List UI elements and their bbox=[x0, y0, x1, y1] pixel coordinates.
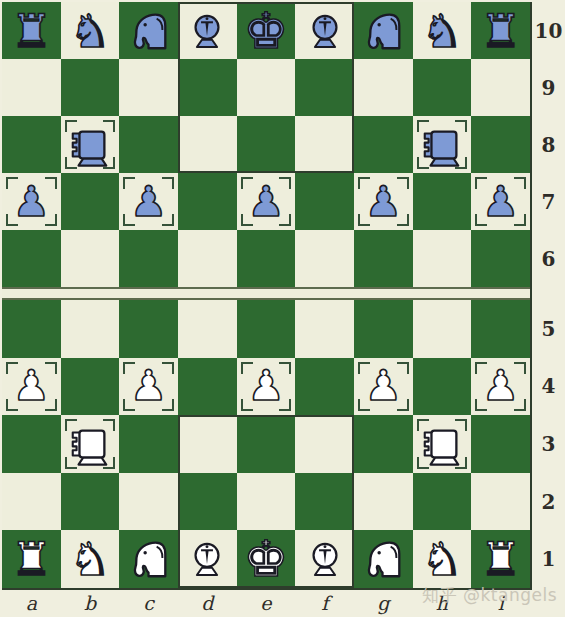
piece-blue-advisor[interactable] bbox=[303, 9, 347, 53]
square-d7[interactable] bbox=[178, 173, 237, 230]
file-label-g: g bbox=[354, 590, 413, 616]
square-i3[interactable] bbox=[471, 415, 530, 473]
piece-white-soldier[interactable]: ♟ bbox=[365, 365, 403, 407]
square-h7[interactable] bbox=[413, 173, 472, 230]
square-g10[interactable] bbox=[354, 2, 413, 59]
piece-blue-soldier[interactable]: ♟ bbox=[130, 181, 168, 223]
square-d2[interactable] bbox=[178, 473, 237, 531]
square-g2[interactable] bbox=[354, 473, 413, 531]
white-p-glyph: ♟ bbox=[130, 365, 168, 407]
piece-blue-cannon[interactable] bbox=[67, 122, 113, 168]
square-c3[interactable] bbox=[119, 415, 178, 473]
piece-blue-cannon[interactable] bbox=[419, 122, 465, 168]
square-g3[interactable] bbox=[354, 415, 413, 473]
square-e2[interactable] bbox=[237, 473, 296, 531]
square-f10[interactable] bbox=[295, 2, 354, 59]
rank-label-1: 1 bbox=[534, 530, 563, 588]
piece-blue-horse[interactable]: ♞ bbox=[69, 8, 110, 54]
piece-white-soldier[interactable]: ♟ bbox=[13, 365, 51, 407]
piece-white-advisor[interactable] bbox=[185, 537, 229, 581]
rank-label-river-spacer bbox=[534, 287, 563, 300]
square-e4[interactable]: ♟ bbox=[237, 358, 296, 416]
square-c4[interactable]: ♟ bbox=[119, 358, 178, 416]
square-i2[interactable] bbox=[471, 473, 530, 531]
square-e3[interactable] bbox=[237, 415, 296, 473]
square-e6[interactable] bbox=[237, 230, 296, 287]
square-e8[interactable] bbox=[237, 116, 296, 173]
watermark: 知乎 @ktangels bbox=[422, 584, 557, 607]
rank-label-9: 9 bbox=[534, 59, 563, 116]
square-d1[interactable] bbox=[178, 530, 237, 588]
square-b8[interactable] bbox=[61, 116, 120, 173]
square-a9[interactable] bbox=[2, 59, 61, 116]
square-h6[interactable] bbox=[413, 230, 472, 287]
square-f2[interactable] bbox=[295, 473, 354, 531]
blue-k-glyph: ♚ bbox=[244, 6, 289, 56]
square-h5[interactable] bbox=[413, 300, 472, 358]
piece-white-general[interactable]: ♚ bbox=[244, 534, 289, 584]
square-a1[interactable]: ♜ bbox=[2, 530, 61, 588]
white-k-glyph: ♚ bbox=[244, 534, 289, 584]
blue-n-glyph: ♞ bbox=[69, 8, 110, 54]
square-a3[interactable] bbox=[2, 415, 61, 473]
square-f6[interactable] bbox=[295, 230, 354, 287]
square-d5[interactable] bbox=[178, 300, 237, 358]
square-f4[interactable] bbox=[295, 358, 354, 416]
square-b2[interactable] bbox=[61, 473, 120, 531]
piece-blue-elephant[interactable] bbox=[360, 8, 406, 54]
white-n-glyph: ♞ bbox=[69, 536, 110, 582]
piece-white-horse[interactable]: ♞ bbox=[69, 536, 110, 582]
piece-blue-general[interactable]: ♚ bbox=[244, 6, 289, 56]
blue-p-glyph: ♟ bbox=[482, 181, 520, 223]
blue-n-glyph: ♞ bbox=[421, 8, 462, 54]
square-g4[interactable]: ♟ bbox=[354, 358, 413, 416]
white-p-glyph: ♟ bbox=[247, 365, 285, 407]
square-g5[interactable] bbox=[354, 300, 413, 358]
square-f7[interactable] bbox=[295, 173, 354, 230]
square-b3[interactable] bbox=[61, 415, 120, 473]
square-i1[interactable]: ♜ bbox=[471, 530, 530, 588]
square-i4[interactable]: ♟ bbox=[471, 358, 530, 416]
square-d6[interactable] bbox=[178, 230, 237, 287]
square-d8[interactable] bbox=[178, 116, 237, 173]
rank-label-6: 6 bbox=[534, 230, 563, 287]
rank-label-10: 10 bbox=[534, 2, 563, 59]
square-h1[interactable]: ♞ bbox=[413, 530, 472, 588]
square-i5[interactable] bbox=[471, 300, 530, 358]
board: ♜♞♚♞♜♟♟♟♟♟♟♟♟♟♟♜♞♚♞♜ bbox=[2, 2, 532, 590]
square-a4[interactable]: ♟ bbox=[2, 358, 61, 416]
square-d10[interactable] bbox=[178, 2, 237, 59]
square-a8[interactable] bbox=[2, 116, 61, 173]
square-b6[interactable] bbox=[61, 230, 120, 287]
piece-blue-advisor[interactable] bbox=[185, 9, 229, 53]
square-f8[interactable] bbox=[295, 116, 354, 173]
square-d3[interactable] bbox=[178, 415, 237, 473]
square-c6[interactable] bbox=[119, 230, 178, 287]
square-b1[interactable]: ♞ bbox=[61, 530, 120, 588]
square-h4[interactable] bbox=[413, 358, 472, 416]
square-e1[interactable]: ♚ bbox=[237, 530, 296, 588]
square-i9[interactable] bbox=[471, 59, 530, 116]
piece-blue-soldier[interactable]: ♟ bbox=[482, 181, 520, 223]
piece-blue-soldier[interactable]: ♟ bbox=[365, 181, 403, 223]
square-h8[interactable] bbox=[413, 116, 472, 173]
square-g9[interactable] bbox=[354, 59, 413, 116]
piece-white-chariot[interactable]: ♜ bbox=[480, 536, 521, 582]
piece-white-chariot[interactable]: ♜ bbox=[11, 536, 52, 582]
square-b4[interactable] bbox=[61, 358, 120, 416]
square-a5[interactable] bbox=[2, 300, 61, 358]
piece-blue-chariot[interactable]: ♜ bbox=[11, 8, 52, 54]
square-e7[interactable]: ♟ bbox=[237, 173, 296, 230]
square-b9[interactable] bbox=[61, 59, 120, 116]
square-g8[interactable] bbox=[354, 116, 413, 173]
piece-white-soldier[interactable]: ♟ bbox=[130, 365, 168, 407]
file-label-f: f bbox=[295, 590, 354, 616]
piece-white-cannon[interactable] bbox=[67, 421, 113, 467]
piece-blue-horse[interactable]: ♞ bbox=[421, 8, 462, 54]
file-label-b: b bbox=[61, 590, 120, 616]
square-h3[interactable] bbox=[413, 415, 472, 473]
square-b10[interactable]: ♞ bbox=[61, 2, 120, 59]
white-p-glyph: ♟ bbox=[482, 365, 520, 407]
square-h9[interactable] bbox=[413, 59, 472, 116]
piece-white-horse[interactable]: ♞ bbox=[421, 536, 462, 582]
square-c9[interactable] bbox=[119, 59, 178, 116]
square-i10[interactable]: ♜ bbox=[471, 2, 530, 59]
piece-white-elephant[interactable] bbox=[126, 536, 172, 582]
rank-labels: 10987654321 bbox=[534, 2, 563, 588]
square-b5[interactable] bbox=[61, 300, 120, 358]
blue-r-glyph: ♜ bbox=[480, 8, 521, 54]
square-i7[interactable]: ♟ bbox=[471, 173, 530, 230]
rank-label-5: 5 bbox=[534, 300, 563, 358]
square-c1[interactable] bbox=[119, 530, 178, 588]
blue-p-glyph: ♟ bbox=[247, 181, 285, 223]
piece-blue-soldier[interactable]: ♟ bbox=[247, 181, 285, 223]
square-d9[interactable] bbox=[178, 59, 237, 116]
piece-blue-soldier[interactable]: ♟ bbox=[13, 181, 51, 223]
rank-label-8: 8 bbox=[534, 116, 563, 173]
file-label-a: a bbox=[2, 590, 61, 616]
rank-label-4: 4 bbox=[534, 358, 563, 416]
square-g7[interactable]: ♟ bbox=[354, 173, 413, 230]
square-f9[interactable] bbox=[295, 59, 354, 116]
square-g1[interactable] bbox=[354, 530, 413, 588]
square-f3[interactable] bbox=[295, 415, 354, 473]
white-p-glyph: ♟ bbox=[365, 365, 403, 407]
square-e5[interactable] bbox=[237, 300, 296, 358]
square-b7[interactable] bbox=[61, 173, 120, 230]
square-e9[interactable] bbox=[237, 59, 296, 116]
piece-white-soldier[interactable]: ♟ bbox=[247, 365, 285, 407]
rank-label-2: 2 bbox=[534, 473, 563, 531]
blue-r-glyph: ♜ bbox=[11, 8, 52, 54]
piece-white-cannon[interactable] bbox=[419, 421, 465, 467]
square-a6[interactable] bbox=[2, 230, 61, 287]
file-label-e: e bbox=[237, 590, 296, 616]
square-f1[interactable] bbox=[295, 530, 354, 588]
square-c2[interactable] bbox=[119, 473, 178, 531]
white-n-glyph: ♞ bbox=[421, 536, 462, 582]
piece-white-advisor[interactable] bbox=[303, 537, 347, 581]
square-a7[interactable]: ♟ bbox=[2, 173, 61, 230]
blue-p-glyph: ♟ bbox=[13, 181, 51, 223]
rank-label-3: 3 bbox=[534, 415, 563, 473]
rank-label-7: 7 bbox=[534, 173, 563, 230]
white-p-glyph: ♟ bbox=[13, 365, 51, 407]
square-h10[interactable]: ♞ bbox=[413, 2, 472, 59]
white-r-glyph: ♜ bbox=[11, 536, 52, 582]
blue-p-glyph: ♟ bbox=[365, 181, 403, 223]
square-d4[interactable] bbox=[178, 358, 237, 416]
square-f5[interactable] bbox=[295, 300, 354, 358]
square-g6[interactable] bbox=[354, 230, 413, 287]
river bbox=[2, 287, 530, 300]
blue-p-glyph: ♟ bbox=[130, 181, 168, 223]
piece-white-elephant[interactable] bbox=[360, 536, 406, 582]
square-i8[interactable] bbox=[471, 116, 530, 173]
piece-blue-elephant[interactable] bbox=[126, 8, 172, 54]
white-r-glyph: ♜ bbox=[480, 536, 521, 582]
square-e10[interactable]: ♚ bbox=[237, 2, 296, 59]
file-label-d: d bbox=[178, 590, 237, 616]
file-label-c: c bbox=[119, 590, 178, 616]
square-c7[interactable]: ♟ bbox=[119, 173, 178, 230]
piece-blue-chariot[interactable]: ♜ bbox=[480, 8, 521, 54]
square-c10[interactable] bbox=[119, 2, 178, 59]
square-i6[interactable] bbox=[471, 230, 530, 287]
square-a2[interactable] bbox=[2, 473, 61, 531]
square-h2[interactable] bbox=[413, 473, 472, 531]
square-a10[interactable]: ♜ bbox=[2, 2, 61, 59]
square-c5[interactable] bbox=[119, 300, 178, 358]
square-c8[interactable] bbox=[119, 116, 178, 173]
piece-white-soldier[interactable]: ♟ bbox=[482, 365, 520, 407]
